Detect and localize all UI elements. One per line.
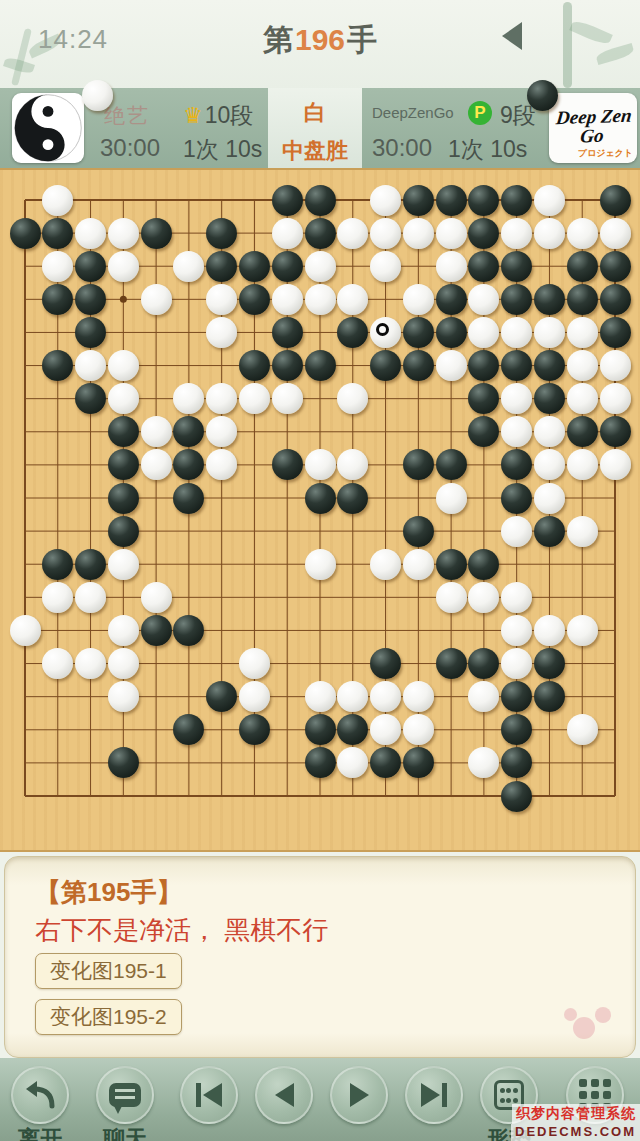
white-stone: [436, 483, 467, 514]
black-main-time: 30:00: [100, 134, 160, 162]
white-stone: [108, 218, 139, 249]
white-stone: [75, 218, 106, 249]
crown-icon: ♛: [183, 103, 203, 128]
plum-blossom-decoration: [595, 1007, 611, 1023]
black-stone: [239, 284, 270, 315]
white-stone: [370, 185, 401, 216]
black-stone: [436, 648, 467, 679]
black-stone: [108, 516, 139, 547]
white-stone: [567, 714, 598, 745]
black-stone: [337, 317, 368, 348]
white-stone: [141, 284, 172, 315]
white-stone: [42, 185, 73, 216]
white-stone: [567, 383, 598, 414]
white-stone: [567, 317, 598, 348]
black-stone: [337, 483, 368, 514]
black-stone: [108, 483, 139, 514]
white-stone: [370, 549, 401, 580]
white-stone: [567, 218, 598, 249]
back-arrow-icon: [23, 1080, 57, 1110]
white-stone: [272, 218, 303, 249]
black-stone: [10, 218, 41, 249]
plum-blossom-decoration: [564, 1008, 577, 1021]
white-stone: [239, 681, 270, 712]
white-stone: [108, 251, 139, 282]
black-stone: [600, 284, 631, 315]
white-stone: [501, 648, 532, 679]
yin-yang-icon: [12, 93, 84, 163]
black-stone: [468, 549, 499, 580]
black-stone: [272, 350, 303, 381]
black-stone-decoration: [527, 80, 558, 111]
black-stone: [567, 416, 598, 447]
black-stone: [370, 648, 401, 679]
white-stone: [75, 582, 106, 613]
black-stone: [206, 251, 237, 282]
black-player-name: 绝艺: [104, 102, 150, 130]
white-stone: [468, 582, 499, 613]
white-stone: [370, 218, 401, 249]
black-stone: [501, 483, 532, 514]
leave-button[interactable]: [11, 1066, 69, 1124]
black-player-avatar: [12, 93, 84, 163]
black-stone: [534, 383, 565, 414]
white-stone: [239, 383, 270, 414]
black-stone: [141, 615, 172, 646]
black-stone: [534, 284, 565, 315]
white-stone: [305, 681, 336, 712]
white-stone: [403, 284, 434, 315]
black-stone: [403, 449, 434, 480]
white-stone: [141, 449, 172, 480]
black-stone: [403, 317, 434, 348]
white-stone: [534, 185, 565, 216]
white-stone: [600, 383, 631, 414]
black-stone: [305, 185, 336, 216]
white-stone: [272, 383, 303, 414]
black-stone: [436, 185, 467, 216]
white-stone: [534, 218, 565, 249]
white-stone: [501, 317, 532, 348]
black-stone: [501, 350, 532, 381]
black-stone: [42, 284, 73, 315]
black-stone: [501, 185, 532, 216]
skip-to-end-button[interactable]: [405, 1066, 463, 1124]
black-stone: [436, 284, 467, 315]
game-result-badge: 白 中盘胜: [268, 88, 362, 168]
white-stone: [305, 284, 336, 315]
back-icon[interactable]: [502, 22, 522, 50]
black-stone: [501, 284, 532, 315]
white-stone: [534, 483, 565, 514]
black-stone: [403, 185, 434, 216]
deepzengo-logo-text: Deep Zen Go: [550, 106, 636, 147]
white-stone: [501, 615, 532, 646]
white-stone: [141, 582, 172, 613]
black-stone: [42, 218, 73, 249]
white-stone: [75, 648, 106, 679]
black-stone: [173, 483, 204, 514]
player-info-bar: 绝艺 ♛10段 30:00 1次 10s 白 中盘胜 DeepZenGo P 9…: [0, 88, 640, 168]
white-stone: [534, 615, 565, 646]
black-stone: [370, 350, 401, 381]
white-stone: [403, 218, 434, 249]
comment-panel: 【第195手】 右下不是净活， 黑棋不行 变化图195-1 变化图195-2: [4, 856, 636, 1058]
black-stone: [305, 350, 336, 381]
white-player-logo: Deep Zen Go プロジェクト: [549, 93, 637, 163]
black-stone: [75, 284, 106, 315]
black-stone: [108, 449, 139, 480]
black-stone: [600, 416, 631, 447]
black-stone: [468, 218, 499, 249]
plum-blossom-decoration: [573, 1017, 595, 1039]
black-stone: [403, 350, 434, 381]
white-stone: [337, 218, 368, 249]
white-stone: [403, 714, 434, 745]
white-stone: [75, 350, 106, 381]
white-stone: [534, 416, 565, 447]
white-stone: [370, 317, 401, 348]
black-stone: [108, 416, 139, 447]
previous-move-button[interactable]: [255, 1066, 313, 1124]
white-stone: [567, 350, 598, 381]
skip-to-start-button[interactable]: [180, 1066, 238, 1124]
black-stone: [403, 747, 434, 778]
variation-button-2[interactable]: 变化图195-2: [35, 999, 182, 1035]
black-stone: [567, 251, 598, 282]
black-stone: [600, 251, 631, 282]
black-stone: [206, 218, 237, 249]
white-stone: [436, 582, 467, 613]
black-stone: [403, 516, 434, 547]
white-player-name: DeepZenGo: [372, 104, 454, 121]
comment-text: 右下不是净活， 黑棋不行: [35, 913, 328, 948]
white-player-badge-icon: P: [468, 101, 492, 125]
black-stone: [272, 449, 303, 480]
black-byoyomi: 1次 10s: [183, 134, 262, 165]
black-stone: [305, 747, 336, 778]
black-stone: [305, 483, 336, 514]
black-stone: [534, 681, 565, 712]
black-stone: [75, 251, 106, 282]
skip-end-icon: [421, 1083, 447, 1107]
black-stone: [239, 350, 270, 381]
status-bar: 14:24 第196手: [0, 0, 640, 88]
black-stone: [272, 251, 303, 282]
white-stone: [272, 284, 303, 315]
white-stone: [436, 218, 467, 249]
black-stone: [501, 781, 532, 812]
white-stone: [108, 648, 139, 679]
go-board[interactable]: [0, 168, 640, 852]
black-stone: [436, 449, 467, 480]
white-stone: [42, 582, 73, 613]
leave-label: 离开: [0, 1124, 85, 1141]
white-stone: [206, 317, 237, 348]
white-stone: [305, 449, 336, 480]
black-stone: [141, 218, 172, 249]
deepzengo-logo-subtitle: プロジェクト: [578, 147, 633, 160]
black-stone: [534, 648, 565, 679]
chat-bubble-icon: [109, 1083, 141, 1107]
last-move-marker: [376, 323, 389, 336]
black-stone: [436, 549, 467, 580]
black-stone: [468, 251, 499, 282]
white-stone: [305, 549, 336, 580]
black-stone: [567, 284, 598, 315]
white-stone: [206, 284, 237, 315]
white-main-time: 30:00: [372, 134, 432, 162]
white-stone: [600, 449, 631, 480]
black-stone: [534, 350, 565, 381]
variation-button-1[interactable]: 变化图195-1: [35, 953, 182, 989]
black-stone: [108, 747, 139, 778]
white-stone: [108, 350, 139, 381]
white-stone: [567, 449, 598, 480]
white-stone: [403, 681, 434, 712]
page-title: 第196手: [0, 20, 640, 61]
prev-move-icon: [275, 1083, 294, 1107]
white-stone: [370, 681, 401, 712]
skip-start-icon: [196, 1083, 222, 1107]
black-stone: [272, 185, 303, 216]
white-stone: [567, 615, 598, 646]
black-stone: [75, 383, 106, 414]
chat-label: 聊天: [80, 1124, 170, 1141]
watermark: 织梦内容管理系统 DEDECMS.COM: [511, 1104, 640, 1141]
next-move-button[interactable]: [330, 1066, 388, 1124]
white-stone: [600, 218, 631, 249]
white-stone: [436, 350, 467, 381]
chat-button[interactable]: [96, 1066, 154, 1124]
white-stone: [403, 549, 434, 580]
black-stone: [75, 317, 106, 348]
white-stone: [305, 251, 336, 282]
black-stone: [42, 549, 73, 580]
white-stone: [534, 317, 565, 348]
black-stone: [239, 251, 270, 282]
white-stone: [10, 615, 41, 646]
black-player-rank: ♛10段: [183, 100, 253, 131]
white-stone: [567, 516, 598, 547]
white-stone: [436, 251, 467, 282]
white-stone: [501, 582, 532, 613]
white-stone: [108, 383, 139, 414]
white-stone: [600, 350, 631, 381]
white-stone: [173, 251, 204, 282]
black-stone: [600, 317, 631, 348]
black-stone: [239, 714, 270, 745]
black-stone: [534, 516, 565, 547]
white-stone: [108, 615, 139, 646]
black-stone: [436, 317, 467, 348]
white-byoyomi: 1次 10s: [448, 134, 527, 165]
black-stone: [272, 317, 303, 348]
black-stone: [600, 185, 631, 216]
black-stone: [305, 218, 336, 249]
white-stone: [108, 681, 139, 712]
white-stone: [468, 284, 499, 315]
black-stone: [75, 549, 106, 580]
white-stone: [370, 251, 401, 282]
white-stone: [337, 284, 368, 315]
white-stone: [239, 648, 270, 679]
black-stone: [305, 714, 336, 745]
white-stone: [42, 251, 73, 282]
white-stone: [501, 218, 532, 249]
white-stone-decoration: [82, 80, 113, 111]
next-move-icon: [350, 1083, 369, 1107]
white-stone: [108, 549, 139, 580]
white-stone: [141, 416, 172, 447]
comment-move-label: 【第195手】: [35, 875, 182, 910]
black-stone: [468, 185, 499, 216]
black-stone: [501, 251, 532, 282]
white-stone: [501, 516, 532, 547]
